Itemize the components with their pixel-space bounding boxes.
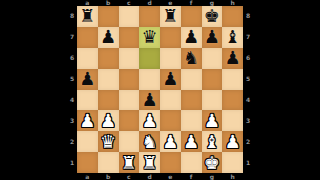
white-pawn-piece: ♟ (100, 111, 116, 131)
square-h7[interactable]: ♝ (222, 27, 243, 48)
rank-label-5-right: 5 (243, 69, 253, 90)
black-pawn-piece: ♟ (79, 69, 95, 89)
file-label-h-bottom: h (222, 173, 243, 180)
square-d8[interactable] (139, 6, 160, 27)
white-knight-piece: ♞ (142, 132, 158, 152)
rank-labels-right: 87654321 (243, 6, 253, 173)
square-e8[interactable]: ♜ (160, 6, 181, 27)
file-label-d-bottom: d (139, 173, 160, 180)
square-f8[interactable] (181, 6, 202, 27)
file-label-g-bottom: g (202, 173, 223, 180)
square-h3[interactable] (222, 110, 243, 131)
rank-label-8-left: 8 (67, 6, 77, 27)
white-pawn-piece: ♟ (183, 132, 199, 152)
square-c3[interactable] (119, 110, 140, 131)
rank-label-4-left: 4 (67, 90, 77, 111)
black-bishop-piece: ♝ (225, 27, 241, 47)
white-rook-piece: ♜ (142, 153, 158, 173)
square-h4[interactable] (222, 90, 243, 111)
square-d1[interactable]: ♜ (139, 152, 160, 173)
square-f5[interactable] (181, 69, 202, 90)
square-a7[interactable] (77, 27, 98, 48)
rank-label-3-right: 3 (243, 110, 253, 131)
square-f3[interactable] (181, 110, 202, 131)
square-e6[interactable] (160, 48, 181, 69)
square-g7[interactable]: ♟ (202, 27, 223, 48)
white-rook-piece: ♜ (121, 153, 137, 173)
square-d3[interactable]: ♟ (139, 110, 160, 131)
square-a8[interactable]: ♜ (77, 6, 98, 27)
square-f1[interactable] (181, 152, 202, 173)
square-c2[interactable] (119, 131, 140, 152)
square-a3[interactable]: ♟ (77, 110, 98, 131)
black-queen-piece: ♛ (142, 27, 158, 47)
square-d4[interactable]: ♟ (139, 90, 160, 111)
square-g5[interactable] (202, 69, 223, 90)
file-label-b-bottom: b (98, 173, 119, 180)
square-e4[interactable] (160, 90, 181, 111)
square-a4[interactable] (77, 90, 98, 111)
rank-label-3-left: 3 (67, 110, 77, 131)
square-f6[interactable]: ♞ (181, 48, 202, 69)
square-h5[interactable] (222, 69, 243, 90)
square-g1[interactable]: ♚ (202, 152, 223, 173)
square-c6[interactable] (119, 48, 140, 69)
square-b8[interactable] (98, 6, 119, 27)
square-g2[interactable]: ♝ (202, 131, 223, 152)
square-b4[interactable] (98, 90, 119, 111)
square-g8[interactable]: ♚ (202, 6, 223, 27)
square-h8[interactable] (222, 6, 243, 27)
white-queen-piece: ♛ (100, 132, 116, 152)
square-h2[interactable]: ♟ (222, 131, 243, 152)
square-c8[interactable] (119, 6, 140, 27)
square-d5[interactable] (139, 69, 160, 90)
rank-label-4-right: 4 (243, 90, 253, 111)
square-g6[interactable] (202, 48, 223, 69)
rank-label-7-left: 7 (67, 27, 77, 48)
white-pawn-piece: ♟ (225, 132, 241, 152)
rank-label-1-right: 1 (243, 152, 253, 173)
chess-board-frame: abcdefgh 87654321 ♜♜♚♟♛♟♟♝♞♟♟♟♟♟♟♟♟♛♞♟♟♝… (67, 0, 253, 180)
square-a2[interactable] (77, 131, 98, 152)
square-b3[interactable]: ♟ (98, 110, 119, 131)
square-b7[interactable]: ♟ (98, 27, 119, 48)
square-e7[interactable] (160, 27, 181, 48)
rank-label-6-right: 6 (243, 48, 253, 69)
white-pawn-piece: ♟ (162, 132, 178, 152)
square-b6[interactable] (98, 48, 119, 69)
square-d2[interactable]: ♞ (139, 131, 160, 152)
square-b5[interactable] (98, 69, 119, 90)
square-d6[interactable] (139, 48, 160, 69)
rank-label-1-left: 1 (67, 152, 77, 173)
black-pawn-piece: ♟ (183, 27, 199, 47)
black-rook-piece: ♜ (162, 6, 178, 26)
square-a5[interactable]: ♟ (77, 69, 98, 90)
square-b2[interactable]: ♛ (98, 131, 119, 152)
square-c5[interactable] (119, 69, 140, 90)
square-a1[interactable] (77, 152, 98, 173)
square-h1[interactable] (222, 152, 243, 173)
black-pawn-piece: ♟ (100, 27, 116, 47)
square-e1[interactable] (160, 152, 181, 173)
square-g3[interactable]: ♟ (202, 110, 223, 131)
file-label-a-bottom: a (77, 173, 98, 180)
rank-labels-left: 87654321 (67, 6, 77, 173)
chess-board[interactable]: ♜♜♚♟♛♟♟♝♞♟♟♟♟♟♟♟♟♛♞♟♟♝♟♜♜♚ (77, 6, 243, 173)
square-d7[interactable]: ♛ (139, 27, 160, 48)
black-pawn-piece: ♟ (142, 90, 158, 110)
file-label-f-bottom: f (181, 173, 202, 180)
white-pawn-piece: ♟ (204, 111, 220, 131)
square-f7[interactable]: ♟ (181, 27, 202, 48)
rank-label-5-left: 5 (67, 69, 77, 90)
white-pawn-piece: ♟ (142, 111, 158, 131)
file-labels-bottom: abcdefgh (77, 173, 243, 180)
file-label-c-bottom: c (119, 173, 140, 180)
black-knight-piece: ♞ (183, 48, 199, 68)
black-rook-piece: ♜ (79, 6, 95, 26)
square-b1[interactable] (98, 152, 119, 173)
rank-label-2-right: 2 (243, 131, 253, 152)
square-g4[interactable] (202, 90, 223, 111)
black-pawn-piece: ♟ (162, 69, 178, 89)
rank-label-7-right: 7 (243, 27, 253, 48)
rank-label-2-left: 2 (67, 131, 77, 152)
square-h6[interactable]: ♟ (222, 48, 243, 69)
black-king-piece: ♚ (204, 6, 220, 26)
white-king-piece: ♚ (204, 153, 220, 173)
square-c4[interactable] (119, 90, 140, 111)
black-pawn-piece: ♟ (204, 27, 220, 47)
white-pawn-piece: ♟ (79, 111, 95, 131)
square-f2[interactable]: ♟ (181, 131, 202, 152)
black-pawn-piece: ♟ (225, 48, 241, 68)
square-c1[interactable]: ♜ (119, 152, 140, 173)
rank-label-6-left: 6 (67, 48, 77, 69)
white-bishop-piece: ♝ (204, 132, 220, 152)
rank-label-8-right: 8 (243, 6, 253, 27)
square-e2[interactable]: ♟ (160, 131, 181, 152)
square-a6[interactable] (77, 48, 98, 69)
letterbox-background: abcdefgh 87654321 ♜♜♚♟♛♟♟♝♞♟♟♟♟♟♟♟♟♛♞♟♟♝… (0, 0, 320, 180)
file-label-e-bottom: e (160, 173, 181, 180)
square-c7[interactable] (119, 27, 140, 48)
square-e5[interactable]: ♟ (160, 69, 181, 90)
square-e3[interactable] (160, 110, 181, 131)
square-f4[interactable] (181, 90, 202, 111)
